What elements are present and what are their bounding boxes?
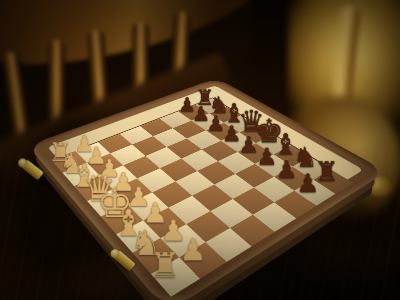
chess-board: ♜♞♝♛♚♝♞♜♟♟♟♟♟♟♟♟♟♟♟♟♟♟♟♟♜♞♝♛♚♝♞♜ [28,78,387,300]
chair-spindle [48,40,65,136]
chair-spindle [87,30,111,127]
board-inlay-border: ♜♞♝♛♚♝♞♜♟♟♟♟♟♟♟♟♟♟♟♟♟♟♟♟♜♞♝♛♚♝♞♜ [77,98,329,254]
board-grid: ♜♞♝♛♚♝♞♜♟♟♟♟♟♟♟♟♟♟♟♟♟♟♟♟♜♞♝♛♚♝♞♜ [80,98,328,251]
board-box-top: ♜♞♝♛♚♝♞♜♟♟♟♟♟♟♟♟♟♟♟♟♟♟♟♟♜♞♝♛♚♝♞♜ [28,78,387,300]
photo-scene: ♜♞♝♛♚♝♞♜♟♟♟♟♟♟♟♟♟♟♟♟♟♟♟♟♜♞♝♛♚♝♞♜ [0,0,400,300]
board-frame: ♜♞♝♛♚♝♞♜♟♟♟♟♟♟♟♟♟♟♟♟♟♟♟♟♜♞♝♛♚♝♞♜ [47,86,363,287]
chair-spindle [132,22,149,110]
chair-back-rail [0,0,276,92]
piece-black-pawn[interactable]: ♟ [294,171,323,196]
piece-white-rook[interactable]: ♜ [147,248,183,282]
chair-spindle [170,12,191,93]
square-h5[interactable] [253,202,296,232]
chair-spindle [2,51,32,144]
brass-ornament [322,5,364,157]
